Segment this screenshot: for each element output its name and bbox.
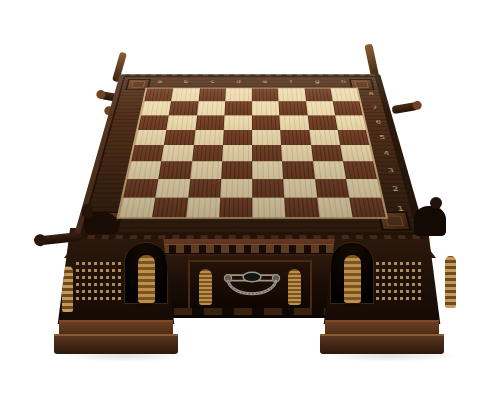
square-g8 bbox=[304, 88, 332, 101]
front-left-leg bbox=[54, 228, 178, 354]
rank-label: 4 bbox=[382, 145, 392, 162]
square-f7 bbox=[279, 101, 307, 115]
sphinx-figure bbox=[84, 212, 118, 234]
rank-label: 7 bbox=[370, 101, 379, 115]
frame-corner-inlay bbox=[131, 81, 145, 87]
square-f5 bbox=[280, 130, 310, 145]
square-h5 bbox=[337, 130, 369, 145]
square-a1 bbox=[119, 197, 156, 217]
gold-figurine bbox=[445, 256, 456, 308]
square-c2 bbox=[188, 179, 221, 198]
front-right-leg bbox=[320, 228, 444, 354]
square-e6 bbox=[252, 115, 281, 130]
file-label: d bbox=[225, 79, 251, 83]
square-a5 bbox=[135, 130, 167, 145]
side-peg bbox=[392, 102, 419, 114]
square-c4 bbox=[192, 145, 223, 161]
square-h4 bbox=[340, 145, 373, 161]
file-coordinates: abcdefgh bbox=[146, 79, 357, 83]
hieroglyph-panel bbox=[320, 228, 444, 324]
square-d1 bbox=[219, 197, 252, 217]
square-b7 bbox=[169, 101, 198, 115]
square-c7 bbox=[197, 101, 225, 115]
sarcophagus-figure bbox=[288, 269, 301, 305]
standing-mummy-figure bbox=[138, 255, 155, 303]
rank-label: 3 bbox=[386, 162, 397, 180]
gold-figurine bbox=[62, 266, 73, 312]
arch-recess bbox=[124, 242, 168, 304]
square-e1 bbox=[252, 197, 285, 217]
chessboard-top: abcdefgh 87654321 bbox=[73, 74, 427, 239]
file-label: c bbox=[199, 79, 226, 83]
chessboard-grid bbox=[116, 88, 388, 219]
square-b1 bbox=[152, 197, 187, 217]
square-h7 bbox=[332, 101, 362, 115]
square-e3 bbox=[252, 161, 283, 178]
hieroglyph-panel bbox=[54, 228, 178, 324]
square-g3 bbox=[313, 161, 346, 178]
square-b6 bbox=[167, 115, 197, 130]
hieroglyph-rows bbox=[370, 258, 425, 304]
seated-figure bbox=[414, 206, 446, 236]
square-b4 bbox=[161, 145, 193, 161]
square-b2 bbox=[156, 179, 190, 198]
square-h8 bbox=[330, 88, 359, 101]
square-c3 bbox=[190, 161, 222, 178]
walnut-frame: abcdefgh 87654321 bbox=[80, 76, 420, 235]
sarcophagus-figure bbox=[199, 269, 212, 305]
square-d5 bbox=[223, 130, 252, 145]
square-e8 bbox=[252, 88, 279, 101]
file-label: g bbox=[304, 79, 331, 83]
square-f6 bbox=[280, 115, 309, 130]
square-f4 bbox=[281, 145, 312, 161]
square-f2 bbox=[283, 179, 316, 198]
square-e2 bbox=[252, 179, 284, 198]
leg-plinth bbox=[54, 334, 178, 354]
square-f8 bbox=[278, 88, 306, 101]
square-a2 bbox=[123, 179, 158, 198]
file-label: a bbox=[146, 79, 173, 83]
file-label: f bbox=[278, 79, 305, 83]
square-d7 bbox=[224, 101, 252, 115]
square-a6 bbox=[138, 115, 169, 130]
square-h6 bbox=[335, 115, 366, 130]
drawer-front bbox=[188, 260, 312, 310]
square-f1 bbox=[284, 197, 319, 217]
square-a8 bbox=[144, 88, 173, 101]
square-c8 bbox=[198, 88, 226, 101]
square-g4 bbox=[311, 145, 343, 161]
square-a7 bbox=[141, 101, 171, 115]
square-d3 bbox=[221, 161, 252, 178]
file-label: h bbox=[330, 79, 357, 83]
arch-recess bbox=[330, 242, 374, 304]
square-c1 bbox=[186, 197, 220, 217]
square-b3 bbox=[159, 161, 192, 178]
square-g7 bbox=[306, 101, 335, 115]
square-c5 bbox=[193, 130, 223, 145]
hieroglyph-rows bbox=[76, 258, 131, 304]
square-a4 bbox=[131, 145, 164, 161]
rank-label: 2 bbox=[390, 180, 401, 199]
file-label: b bbox=[173, 79, 200, 83]
rank-label: 6 bbox=[374, 115, 383, 130]
square-e7 bbox=[252, 101, 280, 115]
square-b8 bbox=[171, 88, 199, 101]
square-d8 bbox=[225, 88, 252, 101]
rank-label: 5 bbox=[378, 129, 388, 145]
square-h2 bbox=[346, 179, 381, 198]
file-label: e bbox=[252, 79, 278, 83]
leg-plinth bbox=[320, 334, 444, 354]
square-g2 bbox=[315, 179, 349, 198]
standing-mummy-figure bbox=[344, 255, 361, 303]
square-g5 bbox=[309, 130, 340, 145]
square-b5 bbox=[164, 130, 195, 145]
square-g6 bbox=[307, 115, 337, 130]
square-f3 bbox=[282, 161, 314, 178]
square-d6 bbox=[223, 115, 251, 130]
square-e4 bbox=[252, 145, 282, 161]
drawer-handle-icon bbox=[216, 264, 288, 308]
square-d2 bbox=[220, 179, 252, 198]
square-h3 bbox=[343, 161, 377, 178]
square-e5 bbox=[252, 130, 281, 145]
square-c6 bbox=[195, 115, 224, 130]
square-a3 bbox=[127, 161, 161, 178]
square-g1 bbox=[317, 197, 353, 217]
square-d4 bbox=[222, 145, 252, 161]
square-h1 bbox=[349, 197, 386, 217]
photo-canvas: abcdefgh 87654321 bbox=[0, 0, 500, 400]
